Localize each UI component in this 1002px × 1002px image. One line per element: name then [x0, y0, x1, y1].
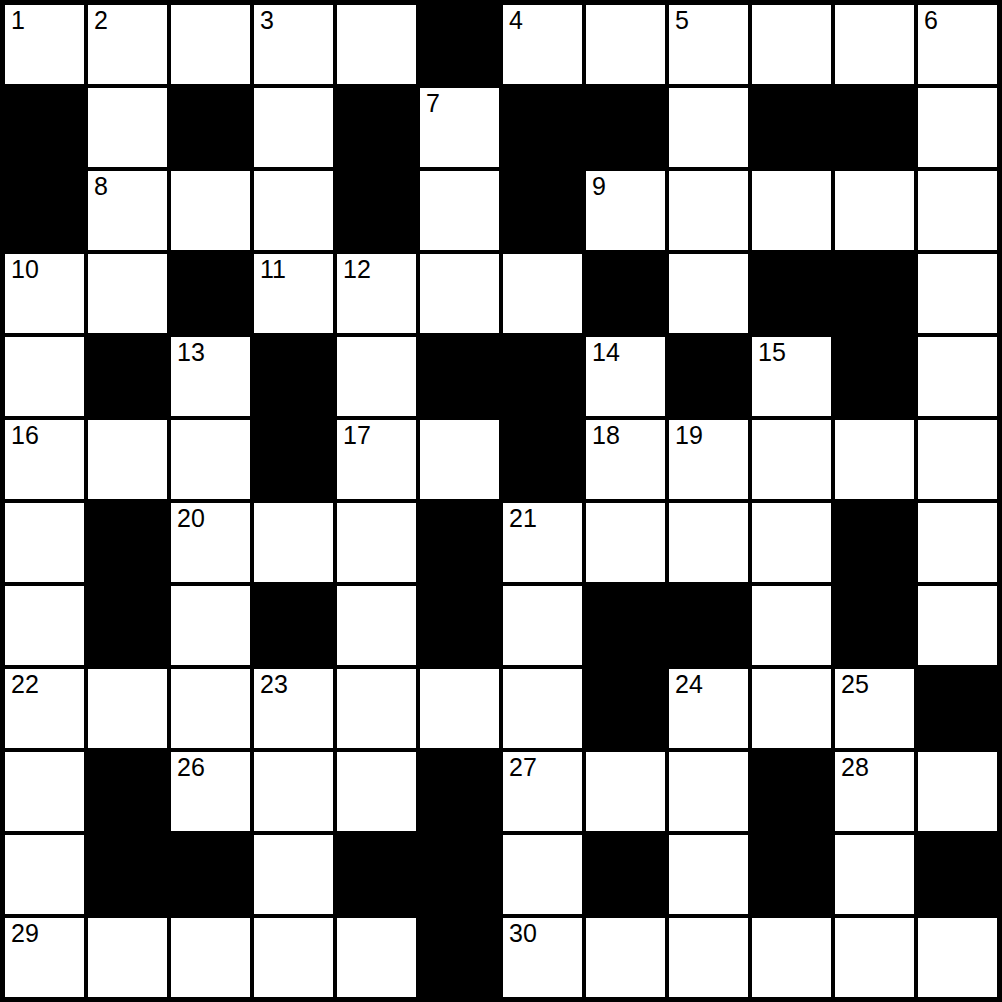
letter-cell-r7c10[interactable]: [752, 503, 831, 582]
letter-cell-r9c3[interactable]: [171, 669, 250, 748]
letter-cell-r1c8[interactable]: [586, 5, 665, 84]
clue-number-28: 28: [841, 753, 869, 782]
block-cell-r6c4: [254, 420, 333, 499]
block-cell-r8c6: [420, 586, 499, 665]
letter-cell-r12c10[interactable]: [752, 918, 831, 997]
block-cell-r12c6: [420, 918, 499, 997]
letter-cell-r6c2[interactable]: [88, 420, 167, 499]
letter-cell-r7c8[interactable]: [586, 503, 665, 582]
letter-cell-r12c12[interactable]: [918, 918, 997, 997]
block-cell-r4c11: [835, 254, 914, 333]
block-cell-r10c10: [752, 752, 831, 831]
clue-number-16: 16: [11, 421, 39, 450]
block-cell-r8c11: [835, 586, 914, 665]
block-cell-r8c4: [254, 586, 333, 665]
letter-cell-r2c6[interactable]: 7: [420, 88, 499, 167]
letter-cell-r9c6[interactable]: [420, 669, 499, 748]
block-cell-r11c5: [337, 835, 416, 914]
letter-cell-r1c7[interactable]: 4: [503, 5, 582, 84]
letter-cell-r9c2[interactable]: [88, 669, 167, 748]
clue-number-26: 26: [177, 753, 205, 782]
letter-cell-r3c6[interactable]: [420, 171, 499, 250]
letter-cell-r12c5[interactable]: [337, 918, 416, 997]
letter-cell-r10c4[interactable]: [254, 752, 333, 831]
letter-cell-r3c2[interactable]: 8: [88, 171, 167, 250]
letter-cell-r5c1[interactable]: [5, 337, 84, 416]
letter-cell-r10c5[interactable]: [337, 752, 416, 831]
letter-cell-r12c7[interactable]: 30: [503, 918, 582, 997]
block-cell-r2c3: [171, 88, 250, 167]
block-cell-r4c10: [752, 254, 831, 333]
block-cell-r2c5: [337, 88, 416, 167]
clue-number-3: 3: [260, 6, 274, 35]
letter-cell-r1c12[interactable]: 6: [918, 5, 997, 84]
letter-cell-r1c2[interactable]: 2: [88, 5, 167, 84]
letter-cell-r8c5[interactable]: [337, 586, 416, 665]
letter-cell-r2c12[interactable]: [918, 88, 997, 167]
letter-cell-r8c3[interactable]: [171, 586, 250, 665]
letter-cell-r6c5[interactable]: 17: [337, 420, 416, 499]
clue-number-11: 11: [260, 255, 286, 284]
letter-cell-r5c5[interactable]: [337, 337, 416, 416]
letter-cell-r1c9[interactable]: 5: [669, 5, 748, 84]
letter-cell-r5c12[interactable]: [918, 337, 997, 416]
clue-number-25: 25: [841, 670, 869, 699]
clue-number-15: 15: [758, 338, 786, 367]
letter-cell-r3c11[interactable]: [835, 171, 914, 250]
letter-cell-r1c3[interactable]: [171, 5, 250, 84]
letter-cell-r4c9[interactable]: [669, 254, 748, 333]
letter-cell-r6c1[interactable]: 16: [5, 420, 84, 499]
letter-cell-r2c4[interactable]: [254, 88, 333, 167]
clue-number-20: 20: [177, 504, 205, 533]
letter-cell-r12c9[interactable]: [669, 918, 748, 997]
letter-cell-r6c3[interactable]: [171, 420, 250, 499]
letter-cell-r12c4[interactable]: [254, 918, 333, 997]
clue-number-22: 22: [11, 670, 39, 699]
letter-cell-r2c2[interactable]: [88, 88, 167, 167]
letter-cell-r9c11[interactable]: 25: [835, 669, 914, 748]
block-cell-r5c4: [254, 337, 333, 416]
clue-number-8: 8: [94, 172, 108, 201]
clue-number-12: 12: [343, 255, 371, 284]
letter-cell-r5c8[interactable]: 14: [586, 337, 665, 416]
letter-cell-r7c7[interactable]: 21: [503, 503, 582, 582]
block-cell-r9c8: [586, 669, 665, 748]
letter-cell-r12c3[interactable]: [171, 918, 250, 997]
block-cell-r4c3: [171, 254, 250, 333]
letter-cell-r6c9[interactable]: 19: [669, 420, 748, 499]
letter-cell-r4c4[interactable]: 11: [254, 254, 333, 333]
clue-number-23: 23: [260, 670, 288, 699]
clue-number-17: 17: [343, 421, 371, 450]
letter-cell-r10c7[interactable]: 27: [503, 752, 582, 831]
letter-cell-r3c8[interactable]: 9: [586, 171, 665, 250]
letter-cell-r8c10[interactable]: [752, 586, 831, 665]
block-cell-r2c7: [503, 88, 582, 167]
clue-number-19: 19: [675, 421, 703, 450]
letter-cell-r7c4[interactable]: [254, 503, 333, 582]
block-cell-r3c7: [503, 171, 582, 250]
letter-cell-r9c4[interactable]: 23: [254, 669, 333, 748]
clue-number-5: 5: [675, 6, 689, 35]
block-cell-r3c1: [5, 171, 84, 250]
letter-cell-r12c8[interactable]: [586, 918, 665, 997]
block-cell-r10c6: [420, 752, 499, 831]
clue-number-7: 7: [426, 89, 440, 118]
clue-number-14: 14: [592, 338, 620, 367]
letter-cell-r10c3[interactable]: 26: [171, 752, 250, 831]
letter-cell-r7c1[interactable]: [5, 503, 84, 582]
letter-cell-r8c1[interactable]: [5, 586, 84, 665]
letter-cell-r3c3[interactable]: [171, 171, 250, 250]
clue-number-10: 10: [11, 255, 39, 284]
clue-number-27: 27: [509, 753, 537, 782]
letter-cell-r11c9[interactable]: [669, 835, 748, 914]
letter-cell-r3c9[interactable]: [669, 171, 748, 250]
letter-cell-r3c12[interactable]: [918, 171, 997, 250]
letter-cell-r3c4[interactable]: [254, 171, 333, 250]
clue-number-2: 2: [94, 6, 108, 35]
block-cell-r6c7: [503, 420, 582, 499]
block-cell-r1c6: [420, 5, 499, 84]
block-cell-r11c2: [88, 835, 167, 914]
block-cell-r2c11: [835, 88, 914, 167]
letter-cell-r10c12[interactable]: [918, 752, 997, 831]
letter-cell-r5c3[interactable]: 13: [171, 337, 250, 416]
block-cell-r2c1: [5, 88, 84, 167]
letter-cell-r10c8[interactable]: [586, 752, 665, 831]
block-cell-r11c12: [918, 835, 997, 914]
block-cell-r5c2: [88, 337, 167, 416]
letter-cell-r12c1[interactable]: 29: [5, 918, 84, 997]
clue-number-4: 4: [509, 6, 523, 35]
block-cell-r7c6: [420, 503, 499, 582]
letter-cell-r1c10[interactable]: [752, 5, 831, 84]
letter-cell-r11c4[interactable]: [254, 835, 333, 914]
block-cell-r2c8: [586, 88, 665, 167]
letter-cell-r9c9[interactable]: 24: [669, 669, 748, 748]
letter-cell-r1c4[interactable]: 3: [254, 5, 333, 84]
letter-cell-r4c6[interactable]: [420, 254, 499, 333]
letter-cell-r11c7[interactable]: [503, 835, 582, 914]
letter-cell-r1c11[interactable]: [835, 5, 914, 84]
block-cell-r9c12: [918, 669, 997, 748]
letter-cell-r8c12[interactable]: [918, 586, 997, 665]
letter-cell-r4c7[interactable]: [503, 254, 582, 333]
clue-number-18: 18: [592, 421, 620, 450]
clue-number-21: 21: [509, 504, 537, 533]
letter-cell-r7c12[interactable]: [918, 503, 997, 582]
letter-cell-r10c11[interactable]: 28: [835, 752, 914, 831]
letter-cell-r1c1[interactable]: 1: [5, 5, 84, 84]
letter-cell-r4c12[interactable]: [918, 254, 997, 333]
block-cell-r11c10: [752, 835, 831, 914]
letter-cell-r3c10[interactable]: [752, 171, 831, 250]
letter-cell-r6c12[interactable]: [918, 420, 997, 499]
letter-cell-r11c1[interactable]: [5, 835, 84, 914]
block-cell-r2c10: [752, 88, 831, 167]
block-cell-r11c3: [171, 835, 250, 914]
letter-cell-r9c7[interactable]: [503, 669, 582, 748]
crossword-board: 1234567891011121314151617181920212223242…: [0, 0, 1002, 1002]
letter-cell-r6c8[interactable]: 18: [586, 420, 665, 499]
letter-cell-r6c11[interactable]: [835, 420, 914, 499]
block-cell-r10c2: [88, 752, 167, 831]
letter-cell-r7c3[interactable]: 20: [171, 503, 250, 582]
block-cell-r5c6: [420, 337, 499, 416]
block-cell-r11c8: [586, 835, 665, 914]
letter-cell-r7c5[interactable]: [337, 503, 416, 582]
letter-cell-r10c1[interactable]: [5, 752, 84, 831]
letter-cell-r1c5[interactable]: [337, 5, 416, 84]
clue-number-24: 24: [675, 670, 703, 699]
letter-cell-r9c1[interactable]: 22: [5, 669, 84, 748]
letter-cell-r6c10[interactable]: [752, 420, 831, 499]
letter-cell-r7c9[interactable]: [669, 503, 748, 582]
block-cell-r8c2: [88, 586, 167, 665]
block-cell-r7c2: [88, 503, 167, 582]
block-cell-r5c7: [503, 337, 582, 416]
letter-cell-r9c5[interactable]: [337, 669, 416, 748]
letter-cell-r12c11[interactable]: [835, 918, 914, 997]
clue-number-29: 29: [11, 919, 39, 948]
letter-cell-r4c2[interactable]: [88, 254, 167, 333]
block-cell-r7c11: [835, 503, 914, 582]
clue-number-6: 6: [924, 6, 938, 35]
clue-number-1: 1: [11, 6, 25, 35]
letter-cell-r8c7[interactable]: [503, 586, 582, 665]
block-cell-r4c8: [586, 254, 665, 333]
letter-cell-r4c1[interactable]: 10: [5, 254, 84, 333]
block-cell-r11c6: [420, 835, 499, 914]
letter-cell-r9c10[interactable]: [752, 669, 831, 748]
block-cell-r3c5: [337, 171, 416, 250]
letter-cell-r6c6[interactable]: [420, 420, 499, 499]
block-cell-r5c9: [669, 337, 748, 416]
letter-cell-r10c9[interactable]: [669, 752, 748, 831]
clue-number-9: 9: [592, 172, 606, 201]
clue-number-30: 30: [509, 919, 537, 948]
block-cell-r8c8: [586, 586, 665, 665]
clue-number-13: 13: [177, 338, 205, 367]
letter-cell-r12c2[interactable]: [88, 918, 167, 997]
letter-cell-r4c5[interactable]: 12: [337, 254, 416, 333]
letter-cell-r11c11[interactable]: [835, 835, 914, 914]
letter-cell-r5c10[interactable]: 15: [752, 337, 831, 416]
letter-cell-r2c9[interactable]: [669, 88, 748, 167]
block-cell-r5c11: [835, 337, 914, 416]
block-cell-r8c9: [669, 586, 748, 665]
